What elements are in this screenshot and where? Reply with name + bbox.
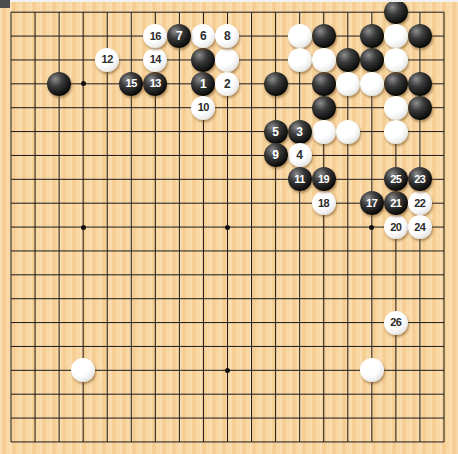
- stone-white: [360, 72, 384, 96]
- stone-black: [384, 72, 408, 96]
- stone-white-move-24: 24: [408, 215, 432, 239]
- stone-black: [360, 24, 384, 48]
- stone-black-move-13: 13: [143, 72, 167, 96]
- stone-white: [384, 48, 408, 72]
- stone-black-move-15: 15: [119, 72, 143, 96]
- stone-white-move-16: 16: [143, 24, 167, 48]
- stone-white: [71, 358, 95, 382]
- star-point: [225, 225, 230, 230]
- stone-white-move-6: 6: [191, 24, 215, 48]
- stone-black: [191, 48, 215, 72]
- stone-black-move-21: 21: [384, 191, 408, 215]
- stone-white: [215, 48, 239, 72]
- window-corner-fragment: [0, 0, 10, 8]
- stone-black-move-19: 19: [312, 167, 336, 191]
- stone-black: [408, 72, 432, 96]
- stone-black-move-9: 9: [264, 143, 288, 167]
- stone-white: [336, 120, 360, 144]
- stone-white-move-14: 14: [143, 48, 167, 72]
- stone-black-move-5: 5: [264, 120, 288, 144]
- go-board[interactable]: 1234567891011121314151617181920212223242…: [0, 0, 456, 454]
- stone-black: [384, 0, 408, 24]
- stone-black: [408, 96, 432, 120]
- stone-white-move-18: 18: [312, 191, 336, 215]
- stone-white: [312, 48, 336, 72]
- stone-white-move-4: 4: [288, 143, 312, 167]
- stone-white-move-20: 20: [384, 215, 408, 239]
- stone-white: [288, 48, 312, 72]
- stone-black-move-23: 23: [408, 167, 432, 191]
- stone-black: [312, 72, 336, 96]
- window-edge-strip: [0, 0, 458, 2]
- stone-white: [384, 96, 408, 120]
- stone-black-move-11: 11: [288, 167, 312, 191]
- stone-black: [47, 72, 71, 96]
- stone-black: [408, 24, 432, 48]
- stone-black: [360, 48, 384, 72]
- stone-black-move-1: 1: [191, 72, 215, 96]
- stone-black: [336, 48, 360, 72]
- stone-white: [312, 120, 336, 144]
- stone-white-move-2: 2: [215, 72, 239, 96]
- stone-white: [336, 72, 360, 96]
- go-board-screenshot: 1234567891011121314151617181920212223242…: [0, 0, 458, 454]
- stone-white: [288, 24, 312, 48]
- stone-white-move-8: 8: [215, 24, 239, 48]
- stone-black-move-7: 7: [167, 24, 191, 48]
- star-point: [81, 81, 86, 86]
- stone-black: [312, 24, 336, 48]
- star-point: [225, 368, 230, 373]
- stone-white-move-10: 10: [191, 96, 215, 120]
- stone-white-move-12: 12: [95, 48, 119, 72]
- stone-white: [384, 24, 408, 48]
- stone-black: [264, 72, 288, 96]
- stone-white: [384, 120, 408, 144]
- stone-white-move-22: 22: [408, 191, 432, 215]
- stone-black-move-17: 17: [360, 191, 384, 215]
- stone-white-move-26: 26: [384, 311, 408, 335]
- star-point: [369, 225, 374, 230]
- stone-white: [360, 358, 384, 382]
- stone-black-move-3: 3: [288, 120, 312, 144]
- star-point: [81, 225, 86, 230]
- stone-black: [312, 96, 336, 120]
- stone-black-move-25: 25: [384, 167, 408, 191]
